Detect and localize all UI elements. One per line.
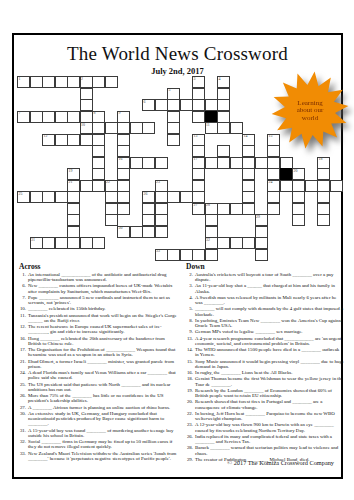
grid-cell [42, 76, 55, 88]
clue-number: 30. [19, 411, 28, 427]
clue-text: More than 75% of the ________ has little… [28, 393, 179, 404]
clue-number: 27. [19, 405, 28, 410]
clue-text: In rugby, the ________ Lions beat the Al… [195, 370, 344, 375]
grid-cell [267, 191, 280, 203]
grid-cell [230, 122, 243, 134]
grid-cell [192, 88, 205, 100]
grid-cell [142, 214, 155, 226]
grid-cell [67, 237, 80, 249]
clue-text: The WHO announced that 1500 people have … [195, 347, 344, 358]
grid-cell [142, 157, 155, 169]
clue-number: 31. [19, 428, 28, 439]
grid-cell [180, 99, 193, 111]
down-header: Down [186, 264, 344, 269]
grid-cell [92, 122, 105, 134]
grid-cell: 12 [42, 134, 55, 146]
clue-item: 2.Australia's cricketers will boycott a … [186, 272, 344, 283]
grid-cell [155, 99, 168, 111]
clue-item: 9.German MPs voted to legalise ________ … [186, 329, 344, 334]
grid-cell [67, 214, 80, 226]
grid-cell [217, 157, 230, 169]
clue-number: 12. [19, 324, 28, 335]
clue-text: Research showed that forest fires in Por… [195, 399, 344, 410]
clue-number: 22. [186, 411, 195, 422]
clue-item: 1.An international ____________ of the a… [19, 272, 179, 283]
grid-cell [117, 180, 130, 192]
grid-cell [130, 226, 143, 238]
cell-number: 30 [119, 226, 123, 231]
clue-number: 32. [19, 439, 28, 450]
grid-cell [242, 145, 255, 157]
grid-cell [267, 203, 280, 215]
clue-text: A dead Florida man's family sued Venus W… [28, 370, 179, 381]
clue-text: The Organisation for the Prohibition of … [28, 347, 179, 358]
cell-number: 31 [31, 238, 35, 243]
clue-number: 23. [186, 422, 195, 433]
clue-number: 16. [19, 336, 28, 347]
grid-cell [192, 145, 205, 157]
clue-text: Pope ________ announced 5 new cardinals … [28, 295, 179, 306]
grid-cell [317, 214, 330, 226]
grid-cell [267, 145, 280, 157]
grid-cell [242, 203, 255, 215]
cell-number: 22 [106, 180, 110, 185]
clue-text: Ehud Olmert, a former Israeli ________ m… [28, 359, 179, 370]
grid-cell: 27 [192, 203, 205, 215]
clue-number: 33. [19, 451, 28, 462]
clue-number: 8. [186, 318, 195, 329]
grid-cell: 16 [117, 157, 130, 169]
grid-cell [230, 203, 243, 215]
grid-cell [205, 214, 218, 226]
clue-text: Sony Music announced it would begin pres… [195, 359, 344, 370]
grid-cell [255, 249, 268, 261]
cell-number: 3 [194, 77, 196, 82]
grid-cell [67, 203, 80, 215]
grid-cell [217, 99, 230, 111]
clue-number: 1. [19, 272, 28, 283]
grid-cell [255, 157, 268, 169]
clue-text: A ________ African farmer is planning an… [28, 405, 179, 410]
grid-cell [67, 134, 80, 146]
grid-cell [30, 191, 43, 203]
clue-number: 18. [186, 376, 195, 387]
across-header: Across [19, 264, 179, 269]
clue-item: 7.Pope ________ announced 5 new cardinal… [19, 295, 179, 306]
grid-cell [217, 145, 230, 157]
grid-cell [155, 157, 168, 169]
clue-item: 19.Research by the London ________ of Ec… [186, 388, 344, 399]
grid-cell [255, 226, 268, 238]
grid-cell [167, 134, 180, 146]
copyright: © 2017 The Komiža Crossword Company [174, 459, 334, 466]
cell-number: 5 [169, 88, 171, 93]
cell-number: 26 [144, 192, 148, 197]
clue-number: 4. [186, 295, 195, 306]
clue-item: 17.The Organisation for the Prohibition … [19, 347, 179, 358]
clue-item: 20.Research showed that forest fires in … [186, 399, 344, 410]
grid-cell: 6 [142, 99, 155, 111]
clue-number: 16. [186, 370, 195, 375]
grid-cell: 22 [105, 180, 118, 192]
clue-text: New Zealand's Maori Television withdrew … [28, 451, 179, 462]
clue-number: 9. [186, 329, 195, 334]
clue-item: 32.Social ________ firms in Germany may … [19, 439, 179, 450]
grid-cell [80, 99, 93, 111]
grid-cell: 30 [117, 226, 130, 238]
clue-item: 30.An extensive study in UK, Germany, an… [19, 411, 179, 427]
clue-text: In yachting, Emirates Team New ________ … [195, 318, 344, 329]
grid-cell [317, 203, 330, 215]
clue-number: 19. [186, 388, 195, 399]
clue-item: 18.Geraint Thomas became the first Welsh… [186, 376, 344, 387]
clue-item: 16.In rugby, the ________ Lions beat the… [186, 370, 344, 375]
grid-cell: 4 [217, 76, 230, 88]
grid-cell [117, 203, 130, 215]
grid-cell [67, 191, 80, 203]
cell-number: 32 [206, 238, 210, 243]
grid-cell [242, 180, 255, 192]
clue-number: 28. [186, 445, 195, 456]
grid-cell [217, 122, 230, 134]
grid-cell [205, 226, 218, 238]
cell-number: 23 [156, 180, 160, 185]
grid-cell [92, 180, 105, 192]
grid-cell: 26 [142, 191, 155, 203]
clue-text: A 15-year-old boy was found ________ of … [28, 428, 179, 439]
cell-number: 13 [194, 134, 198, 139]
grid-cell [142, 122, 155, 134]
grid-cell: 31 [30, 237, 43, 249]
clue-text: The US president said that patience with… [28, 382, 179, 393]
clue-text: Research by the London ________ of Econo… [195, 388, 344, 399]
cell-number: 29 [256, 215, 260, 220]
clue-item: 23.A 12-year-old boy was flown 900 km to… [186, 422, 344, 433]
across-clues: Across 1.An international ____________ o… [19, 264, 179, 462]
grid-cell [292, 203, 305, 215]
grid-cell [67, 76, 80, 88]
cell-number: 8 [94, 111, 96, 116]
grid-cell [292, 180, 305, 192]
cell-number: 24 [269, 180, 273, 185]
grid-cell [55, 191, 68, 203]
clue-item: 24.A dead Florida man's family sued Venu… [19, 370, 179, 381]
grid-cell [117, 134, 130, 146]
grid-cell [242, 168, 255, 180]
black-cell [205, 111, 218, 123]
grid-cell: 29 [255, 214, 268, 226]
grid-cell: 24 [267, 180, 280, 192]
grid-cell [155, 226, 168, 238]
cell-number: 9 [119, 111, 121, 116]
grid-cell [155, 203, 168, 215]
grid-cell [242, 157, 255, 169]
clue-number: 15. [186, 359, 195, 370]
grid-cell [180, 249, 193, 261]
grid-cell [92, 134, 105, 146]
clue-item: 21.Ehud Olmert, a former Israeli _______… [19, 359, 179, 370]
grid-cell: 7 [17, 111, 30, 123]
grid-cell [92, 145, 105, 157]
clue-text: Australia's cricketers will boycott a to… [195, 272, 344, 283]
clue-text: The recent heatwave in Europe caused UK … [28, 324, 179, 335]
page-title: The World News Crossword [14, 43, 341, 65]
cell-number: 7 [19, 111, 21, 116]
clue-number: 26. [19, 393, 28, 404]
badge-line: world [302, 115, 318, 123]
cell-number: 10 [81, 123, 85, 128]
grid-cell [155, 214, 168, 226]
clue-item: 26.More than 75% of the ________ has lit… [19, 393, 179, 404]
grid-cell [205, 99, 218, 111]
page-frame: The World News Crossword July 2nd, 2017 … [12, 33, 343, 479]
clue-item: 16.Hong ________ celebrated the 20th ann… [19, 336, 179, 347]
grid-cell [130, 122, 143, 134]
grid-cell: 33 [155, 249, 168, 261]
clue-text: An extensive study in UK, Germany, and H… [28, 411, 179, 427]
clue-item: 11.Tanzania's president announced that w… [19, 313, 179, 324]
grid-cell [92, 157, 105, 169]
grid-cell: 3 [192, 76, 205, 88]
grid-cell [42, 191, 55, 203]
clue-item: 15.Sony Music announced it would begin p… [186, 359, 344, 370]
clue-number: 26. [186, 434, 195, 445]
cell-number: 16 [119, 157, 123, 162]
clue-text: New ________ customs officers impounded … [28, 283, 179, 294]
clue-item: 26.India replaced its many and complicat… [186, 434, 344, 445]
clue-text: India replaced its many and complicated … [195, 434, 344, 445]
clue-number: 24. [19, 370, 28, 381]
grid-cell [80, 111, 93, 123]
grid-cell [67, 111, 80, 123]
grid-cell: 2 [80, 76, 93, 88]
grid-cell [80, 237, 93, 249]
grid-cell: 28 [205, 203, 218, 215]
grid-cell [105, 76, 118, 88]
clue-item: 8.In yachting, Emirates Team New _______… [186, 318, 344, 329]
grid-cell [255, 237, 268, 249]
grid-cell [30, 76, 43, 88]
grid-cell: 1 [17, 76, 30, 88]
grid-cell [205, 249, 218, 261]
cell-number: 28 [206, 203, 210, 208]
grid-cell [167, 249, 180, 261]
grid-cell [155, 191, 168, 203]
cell-number: 4 [219, 77, 221, 82]
grid-cell [267, 168, 280, 180]
clue-number: 3. [186, 283, 195, 294]
grid-cell [42, 111, 55, 123]
clue-text: In boxing, Jeff Horn beat ________ Pacqu… [195, 411, 344, 422]
grid-cell [92, 237, 105, 249]
black-cell [280, 168, 293, 180]
grid-cell [192, 99, 205, 111]
grid-cell [167, 111, 180, 123]
grid-cell [30, 111, 43, 123]
clue-text: An 11-year-old boy shot a ______ that ch… [195, 283, 344, 294]
cell-number: 18 [319, 157, 323, 162]
clue-item: 12.The recent heatwave in Europe caused … [19, 324, 179, 335]
clue-item: 10.________ celebrated its 150th birthda… [19, 306, 179, 311]
grid-cell [142, 203, 155, 215]
grid-cell [80, 134, 93, 146]
clue-number: 7. [19, 295, 28, 306]
grid-cell [105, 214, 118, 226]
grid-cell: 20 [292, 168, 305, 180]
grid-cell [167, 99, 180, 111]
clue-text: Tanzania's president announced that work… [28, 313, 179, 324]
grid-cell [217, 88, 230, 100]
clue-item: 28.Barack ________ warned that sectarian… [186, 445, 344, 456]
grid-cell [117, 145, 130, 157]
grid-cell [92, 76, 105, 88]
grid-cell [192, 168, 205, 180]
grid-cell [230, 237, 243, 249]
cell-number: 27 [194, 203, 198, 208]
clue-number: 21. [19, 359, 28, 370]
grid-cell [292, 191, 305, 203]
grid-cell [92, 168, 105, 180]
clue-text: Geraint Thomas became the first Welshman… [195, 376, 344, 387]
clue-item: 5.________ will not comply with demands … [186, 306, 344, 317]
cell-number: 21 [69, 180, 73, 185]
clue-text: A Swedish man was released by militants … [195, 295, 344, 306]
grid-cell [267, 157, 280, 169]
grid-cell: 23 [155, 180, 168, 192]
grid-cell: 5 [167, 88, 180, 100]
grid-cell [80, 88, 93, 100]
clue-number: 17. [19, 347, 28, 358]
grid-cell [105, 191, 118, 203]
crossword-page: The World News Crossword July 2nd, 2017 … [0, 0, 354, 500]
grid-cell [317, 180, 330, 192]
grid-cell [192, 191, 205, 203]
clue-number: 5. [186, 306, 195, 317]
grid-cell [42, 237, 55, 249]
grid-cell [330, 180, 343, 192]
clue-number: 13. [186, 336, 195, 347]
grid-cell [167, 191, 180, 203]
clue-number: 6. [19, 283, 28, 294]
grid-cell: 14 [242, 134, 255, 146]
grid-cell [192, 249, 205, 261]
grid-cell: 25 [17, 191, 30, 203]
clue-text: Social ________ firms in Germany may be … [28, 439, 179, 450]
grid-cell [305, 180, 318, 192]
clue-number: 20. [186, 399, 195, 410]
grid-cell [192, 111, 205, 123]
cell-number: 1 [19, 77, 21, 82]
grid-cell: 15 [267, 134, 280, 146]
grid-cell: 11 [205, 122, 218, 134]
grid-cell [205, 157, 218, 169]
grid-cell [280, 180, 293, 192]
grid-cell: 10 [80, 122, 93, 134]
clue-item: 3.An 11-year-old boy shot a ______ that … [186, 283, 344, 294]
grid-cell [230, 157, 243, 169]
cell-number: 2 [81, 77, 83, 82]
grid-cell [117, 122, 130, 134]
grid-cell [105, 203, 118, 215]
cell-number: 20 [294, 169, 298, 174]
clue-item: 6.New ________ customs officers impounde… [19, 283, 179, 294]
grid-cell [80, 180, 93, 192]
clue-number: 2. [186, 272, 195, 283]
clue-number: 14. [186, 347, 195, 358]
grid-cell [117, 168, 130, 180]
grid-cell [217, 237, 230, 249]
clue-number: 11. [19, 313, 28, 324]
cell-number: 33 [156, 249, 160, 254]
grid-cell: 19 [67, 168, 80, 180]
clue-item: 33.New Zealand's Maori Television withdr… [19, 451, 179, 462]
clue-item: 4.A Swedish man was released by militant… [186, 295, 344, 306]
grid-cell: 9 [117, 111, 130, 123]
clue-item: 13.A 4-year research programme concluded… [186, 336, 344, 347]
grid-cell [105, 122, 118, 134]
cell-number: 11 [206, 123, 210, 128]
grid-cell: 8 [92, 111, 105, 123]
grid-cell: 32 [205, 237, 218, 249]
grid-cell: 13 [192, 134, 205, 146]
down-clues: Down 2.Australia's cricketers will boyco… [186, 264, 344, 463]
grid-cell [242, 237, 255, 249]
clue-text: German MPs voted to legalise ________ se… [195, 329, 344, 334]
grid-cell [180, 191, 193, 203]
cell-number: 17 [194, 157, 198, 162]
clue-item: 31.A 15-year-old boy was found ________ … [19, 428, 179, 439]
grid-cell [167, 122, 180, 134]
clue-text: ________ will not comply with demands by… [195, 306, 344, 317]
grid-cell [317, 191, 330, 203]
clue-number: 10. [19, 306, 28, 311]
cell-number: 14 [244, 134, 248, 139]
clue-text: Hong ________ celebrated the 20th annive… [28, 336, 179, 347]
grid-cell: 18 [317, 157, 330, 169]
cell-number: 25 [19, 192, 23, 197]
grid-cell [192, 180, 205, 192]
clue-number: 25. [19, 382, 28, 393]
clue-item: 25.The US president said that patience w… [19, 382, 179, 393]
clue-text: ________ celebrated its 150th birthday. [28, 306, 179, 311]
clue-text: Barack ________ warned that sectarian po… [195, 445, 344, 456]
grid-cell [242, 191, 255, 203]
grid-cell [55, 134, 68, 146]
cell-number: 12 [44, 134, 48, 139]
grid-cell [317, 168, 330, 180]
grid-cell [217, 111, 230, 123]
cell-number: 6 [144, 100, 146, 105]
clue-item: 22.In boxing, Jeff Horn beat ________ Pa… [186, 411, 344, 422]
grid-cell [117, 191, 130, 203]
grid-cell [217, 203, 230, 215]
clue-text: An international ____________ of the ant… [28, 272, 179, 283]
clue-text: A 12-year-old boy was flown 900 km to Da… [195, 422, 344, 433]
grid-cell [130, 157, 143, 169]
clue-item: 27.A ________ African farmer is planning… [19, 405, 179, 410]
grid-cell [280, 157, 293, 169]
cell-number: 19 [69, 169, 73, 174]
grid-cell: 21 [67, 180, 80, 192]
grid-cell [67, 226, 80, 238]
grid-cell [292, 214, 305, 226]
grid-cell [55, 111, 68, 123]
clue-text: A 4-year research programme concluded th… [195, 336, 344, 347]
grid-cell [55, 76, 68, 88]
clue-item: 14.The WHO announced that 1500 people ha… [186, 347, 344, 358]
cell-number: 15 [269, 134, 273, 139]
grid-cell: 17 [192, 157, 205, 169]
